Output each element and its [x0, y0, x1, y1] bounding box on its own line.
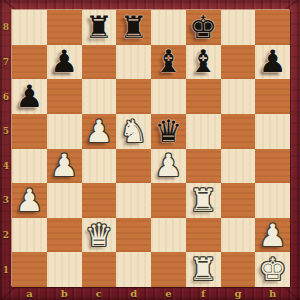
square-c6[interactable] — [82, 79, 117, 114]
square-a7[interactable] — [12, 45, 47, 80]
piece-white-pawn[interactable]: ♟ — [85, 116, 113, 147]
square-c3[interactable] — [82, 183, 117, 218]
file-label-h: h — [269, 288, 276, 299]
square-e6[interactable] — [151, 79, 186, 114]
square-e8[interactable] — [151, 10, 186, 45]
piece-black-bishop[interactable]: ♝ — [154, 46, 182, 77]
square-f3[interactable]: ♜ — [186, 183, 221, 218]
square-f2[interactable] — [186, 218, 221, 253]
piece-white-king[interactable]: ♚ — [259, 254, 287, 285]
piece-black-king[interactable]: ♚ — [189, 12, 217, 43]
square-h3[interactable] — [255, 183, 290, 218]
piece-black-queen[interactable]: ♛ — [154, 116, 182, 147]
square-g5[interactable] — [221, 114, 256, 149]
square-d3[interactable] — [116, 183, 151, 218]
square-d2[interactable] — [116, 218, 151, 253]
square-g2[interactable] — [221, 218, 256, 253]
square-a2[interactable] — [12, 218, 47, 253]
piece-white-knight[interactable]: ♞ — [120, 116, 148, 147]
square-c2[interactable]: ♛ — [82, 218, 117, 253]
rank-label-2: 2 — [3, 230, 9, 240]
piece-white-rook[interactable]: ♜ — [189, 254, 217, 285]
square-e1[interactable] — [151, 252, 186, 287]
square-g8[interactable] — [221, 10, 256, 45]
square-f8[interactable]: ♚ — [186, 10, 221, 45]
chess-board: ♜♜♚♟♝♝♟♟♟♞♛♟♟♟♜♛♟♜♚ — [12, 10, 290, 287]
piece-black-pawn[interactable]: ♟ — [15, 81, 43, 112]
rank-label-7: 7 — [3, 57, 9, 67]
rank-label-1: 1 — [3, 265, 9, 275]
square-d8[interactable]: ♜ — [116, 10, 151, 45]
piece-black-pawn[interactable]: ♟ — [259, 46, 287, 77]
piece-white-pawn[interactable]: ♟ — [154, 150, 182, 181]
square-a1[interactable] — [12, 252, 47, 287]
square-e4[interactable]: ♟ — [151, 149, 186, 184]
square-d4[interactable] — [116, 149, 151, 184]
square-e7[interactable]: ♝ — [151, 45, 186, 80]
file-label-c: c — [96, 288, 102, 299]
square-e5[interactable]: ♛ — [151, 114, 186, 149]
square-f5[interactable] — [186, 114, 221, 149]
square-h5[interactable] — [255, 114, 290, 149]
square-g7[interactable] — [221, 45, 256, 80]
file-label-d: d — [130, 288, 137, 299]
piece-black-rook[interactable]: ♜ — [85, 12, 113, 43]
square-b3[interactable] — [47, 183, 82, 218]
square-e2[interactable] — [151, 218, 186, 253]
piece-white-pawn[interactable]: ♟ — [259, 220, 287, 251]
square-d6[interactable] — [116, 79, 151, 114]
square-c4[interactable] — [82, 149, 117, 184]
frame-corner-seam — [285, 0, 300, 10]
square-c5[interactable]: ♟ — [82, 114, 117, 149]
square-d5[interactable]: ♞ — [116, 114, 151, 149]
square-c7[interactable] — [82, 45, 117, 80]
file-label-e: e — [165, 288, 171, 299]
piece-black-bishop[interactable]: ♝ — [189, 46, 217, 77]
square-h8[interactable] — [255, 10, 290, 45]
square-f1[interactable]: ♜ — [186, 252, 221, 287]
piece-black-rook[interactable]: ♜ — [120, 12, 148, 43]
rank-label-3: 3 — [3, 195, 9, 205]
square-h6[interactable] — [255, 79, 290, 114]
square-b6[interactable] — [47, 79, 82, 114]
square-h2[interactable]: ♟ — [255, 218, 290, 253]
file-label-f: f — [201, 288, 205, 299]
square-b7[interactable]: ♟ — [47, 45, 82, 80]
chess-diagram: ♜♜♚♟♝♝♟♟♟♞♛♟♟♟♜♛♟♜♚ 87654321abcdefgh — [0, 0, 300, 300]
frame-corner-seam — [285, 288, 300, 300]
square-d7[interactable] — [116, 45, 151, 80]
file-label-g: g — [234, 288, 241, 299]
square-c8[interactable]: ♜ — [82, 10, 117, 45]
square-h7[interactable]: ♟ — [255, 45, 290, 80]
square-a8[interactable] — [12, 10, 47, 45]
square-g6[interactable] — [221, 79, 256, 114]
rank-label-8: 8 — [3, 22, 9, 32]
file-label-b: b — [61, 288, 68, 299]
square-b1[interactable] — [47, 252, 82, 287]
rank-label-5: 5 — [3, 126, 9, 136]
square-f7[interactable]: ♝ — [186, 45, 221, 80]
piece-white-pawn[interactable]: ♟ — [15, 185, 43, 216]
frame-corner-seam — [0, 288, 15, 300]
square-b8[interactable] — [47, 10, 82, 45]
square-c1[interactable] — [82, 252, 117, 287]
square-h1[interactable]: ♚ — [255, 252, 290, 287]
square-a4[interactable] — [12, 149, 47, 184]
square-h4[interactable] — [255, 149, 290, 184]
square-a3[interactable]: ♟ — [12, 183, 47, 218]
square-g4[interactable] — [221, 149, 256, 184]
square-b5[interactable] — [47, 114, 82, 149]
piece-white-queen[interactable]: ♛ — [85, 220, 113, 251]
rank-label-4: 4 — [3, 161, 9, 171]
piece-white-pawn[interactable]: ♟ — [50, 150, 78, 181]
file-label-a: a — [26, 288, 32, 299]
piece-white-rook[interactable]: ♜ — [189, 185, 217, 216]
square-f6[interactable] — [186, 79, 221, 114]
rank-label-6: 6 — [3, 92, 9, 102]
square-g3[interactable] — [221, 183, 256, 218]
square-e3[interactable] — [151, 183, 186, 218]
square-a5[interactable] — [12, 114, 47, 149]
square-f4[interactable] — [186, 149, 221, 184]
square-g1[interactable] — [221, 252, 256, 287]
square-b4[interactable]: ♟ — [47, 149, 82, 184]
square-b2[interactable] — [47, 218, 82, 253]
square-a6[interactable]: ♟ — [12, 79, 47, 114]
piece-black-pawn[interactable]: ♟ — [50, 46, 78, 77]
square-d1[interactable] — [116, 252, 151, 287]
